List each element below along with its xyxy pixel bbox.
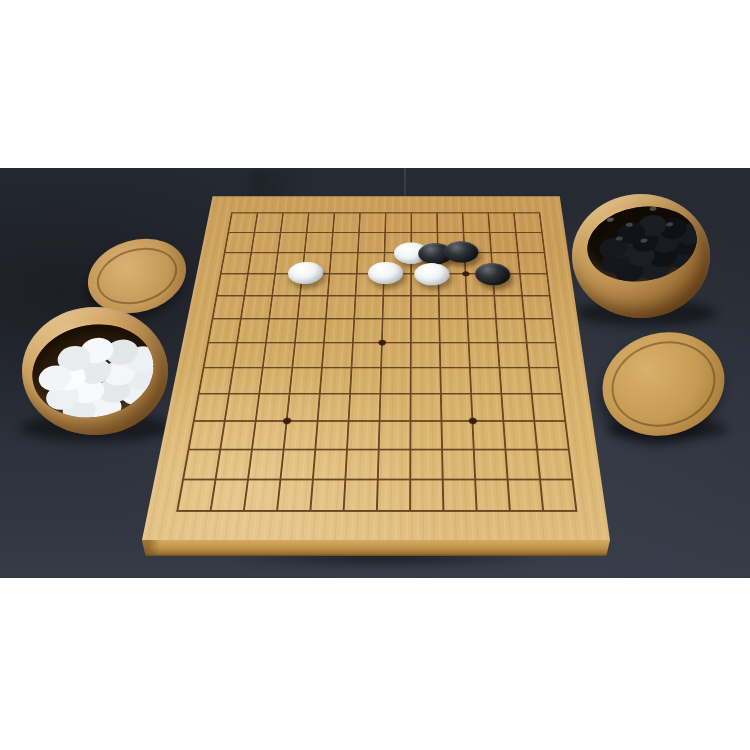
board-cell: [394, 464, 427, 495]
board-cell: [426, 407, 458, 435]
board-front-edge: [142, 540, 610, 556]
board-cell: [528, 223, 557, 243]
board-cell: [201, 285, 233, 307]
white-bowl-opening: [25, 315, 161, 427]
board-cell: [366, 355, 396, 381]
board-cell: [209, 242, 239, 263]
board-cell: [232, 263, 263, 285]
board-cell: [451, 242, 479, 263]
board-cell: [526, 203, 554, 222]
board-cell: [319, 223, 347, 243]
star-point: [462, 271, 469, 276]
board-cell: [332, 407, 365, 435]
board-cell: [456, 407, 488, 435]
board-cell: [454, 331, 484, 355]
board-cell: [520, 435, 555, 464]
board-cell: [246, 355, 279, 381]
board-cell: [425, 307, 454, 330]
board-cell: [518, 407, 552, 435]
board-cell: [509, 307, 540, 330]
black-stones-pile: [598, 235, 629, 260]
board-cell: [339, 307, 369, 330]
board-cell: [530, 242, 559, 263]
board-cell: [450, 223, 477, 243]
board-cell: [477, 242, 505, 263]
board-cell: [540, 331, 572, 355]
board-cell: [525, 495, 561, 527]
board-cell: [500, 203, 528, 222]
board-cell: [398, 223, 424, 243]
board-cell: [478, 263, 507, 285]
board-cell: [263, 242, 292, 263]
board-cell: [532, 263, 562, 285]
star-point: [378, 340, 386, 346]
board-cell: [449, 203, 476, 222]
board-cell: [250, 331, 282, 355]
board-cell: [394, 435, 426, 464]
board-cell: [515, 381, 548, 408]
board-cell: [365, 381, 396, 408]
board-cell: [295, 203, 323, 222]
board-cell: [295, 464, 330, 495]
board-cell: [330, 435, 363, 464]
board-cell: [492, 495, 528, 527]
board-cell: [262, 464, 298, 495]
board-cell: [345, 223, 372, 243]
board-cell: [311, 307, 341, 330]
board-cell: [282, 307, 313, 330]
board-cell: [342, 263, 370, 285]
board-cell: [191, 331, 224, 355]
board-cell: [458, 464, 492, 495]
board-cell: [164, 464, 202, 495]
board-cell: [326, 495, 361, 527]
board-cell: [537, 307, 568, 330]
board-cell: [242, 381, 276, 408]
board-cell: [273, 381, 306, 408]
board-cell: [207, 407, 242, 435]
board-cell: [511, 331, 542, 355]
board-cell: [328, 464, 362, 495]
board-cell: [482, 331, 513, 355]
board-cell: [370, 263, 398, 285]
board-cell: [306, 355, 338, 381]
board-cell: [216, 355, 250, 381]
board-cell: [292, 495, 328, 527]
board-cell: [480, 285, 509, 307]
board-cell: [170, 435, 207, 464]
board-cell: [424, 203, 450, 222]
board-cell: [372, 223, 399, 243]
board-cell: [334, 381, 366, 408]
board-cell: [425, 263, 453, 285]
board-cell: [456, 381, 488, 408]
board-cell: [548, 407, 582, 435]
board-cell: [229, 285, 260, 307]
board-cell: [397, 307, 426, 330]
board-cell: [202, 435, 238, 464]
board-cell: [369, 285, 397, 307]
black-stone-bowl: [572, 194, 710, 318]
black-bowl-opening: [582, 199, 702, 289]
board-cell: [212, 381, 246, 408]
board-cell: [317, 242, 345, 263]
board-cell: [181, 381, 216, 408]
board-cell: [396, 355, 426, 381]
board-cell: [301, 407, 334, 435]
board-cell: [259, 495, 296, 527]
board-cell: [253, 307, 284, 330]
photo-frame: [0, 0, 750, 750]
board-cell: [504, 242, 533, 263]
board-cell: [367, 331, 397, 355]
board-cell: [292, 223, 320, 243]
board-cell: [372, 203, 398, 222]
board-cell: [363, 407, 395, 435]
board-cell: [225, 307, 257, 330]
board-cell: [424, 223, 451, 243]
board-cell: [490, 464, 525, 495]
board-cell: [489, 435, 523, 464]
board-cell: [341, 285, 370, 307]
board-cell: [395, 381, 426, 408]
board-cell: [196, 307, 229, 330]
board-cell: [313, 285, 343, 307]
board-cell: [396, 331, 425, 355]
board-cell: [234, 435, 270, 464]
board-cell: [213, 223, 243, 243]
board-cell: [243, 203, 272, 222]
board-cell: [347, 203, 374, 222]
board-cell: [426, 381, 457, 408]
board-cell: [523, 464, 558, 495]
board-perspective-wrap: [142, 168, 624, 540]
black-stones-gloss: [607, 217, 615, 222]
board-cell: [269, 203, 297, 222]
board-cell: [186, 355, 220, 381]
board-cell: [426, 464, 459, 495]
board-cell: [360, 495, 394, 527]
board-cell: [507, 285, 537, 307]
board-cell: [555, 464, 591, 495]
board-cell: [157, 495, 196, 527]
board-cell: [487, 407, 520, 435]
board-cell: [476, 223, 504, 243]
star-point: [468, 418, 477, 425]
star-point: [282, 418, 291, 425]
board-cell: [395, 407, 426, 435]
board-cell: [260, 263, 290, 285]
board-cell: [220, 331, 253, 355]
board-cell: [238, 407, 273, 435]
board-cell: [236, 242, 266, 263]
board-cell: [484, 355, 515, 381]
board-cell: [397, 285, 425, 307]
board-cell: [558, 495, 595, 527]
board-cell: [308, 331, 339, 355]
board-cell: [427, 495, 461, 527]
board-cell: [368, 307, 397, 330]
board-cell: [176, 407, 212, 435]
board-cell: [276, 355, 308, 381]
board-cell: [205, 263, 236, 285]
photo: [0, 168, 750, 578]
board-cell: [426, 435, 458, 464]
board-cell: [240, 223, 269, 243]
board-cell: [269, 407, 303, 435]
goban-grid: [157, 203, 595, 527]
board-cell: [459, 495, 494, 527]
white-stone: [367, 262, 403, 284]
board-cell: [452, 285, 481, 307]
board-cell: [361, 464, 394, 495]
board-cell: [303, 381, 335, 408]
white-stone: [414, 263, 450, 285]
board-cell: [257, 285, 288, 307]
board-cell: [485, 381, 517, 408]
board-cell: [338, 331, 368, 355]
board-cell: [455, 355, 486, 381]
black-stone: [444, 241, 479, 262]
white-stone-bowl: [22, 307, 168, 435]
board-cell: [425, 285, 453, 307]
board-cell: [481, 307, 511, 330]
white-stones-pile: [37, 363, 74, 393]
go-board: [142, 196, 610, 540]
board-cell: [298, 435, 332, 464]
board-cell: [197, 464, 234, 495]
board-cell: [398, 203, 424, 222]
board-cell: [230, 464, 267, 495]
board-cell: [266, 223, 295, 243]
board-cell: [551, 435, 586, 464]
board-cell: [475, 203, 502, 222]
board-cell: [457, 435, 490, 464]
board-cell: [279, 331, 311, 355]
board-cell: [453, 307, 482, 330]
board-cell: [321, 203, 348, 222]
board-cell: [285, 285, 315, 307]
board-cell: [266, 435, 301, 464]
board-cell: [287, 263, 316, 285]
board-cell: [344, 242, 372, 263]
board-cell: [425, 355, 455, 381]
board-cell: [290, 242, 319, 263]
board-cell: [217, 203, 246, 222]
board-cell: [336, 355, 367, 381]
board-cell: [393, 495, 427, 527]
board-cell: [545, 381, 579, 408]
board-cell: [362, 435, 395, 464]
board-cell: [225, 495, 263, 527]
board-cell: [542, 355, 575, 381]
board-cell: [191, 495, 229, 527]
board-cell: [425, 331, 454, 355]
board-cell: [535, 285, 566, 307]
board-cell: [513, 355, 545, 381]
board-cell: [502, 223, 530, 243]
